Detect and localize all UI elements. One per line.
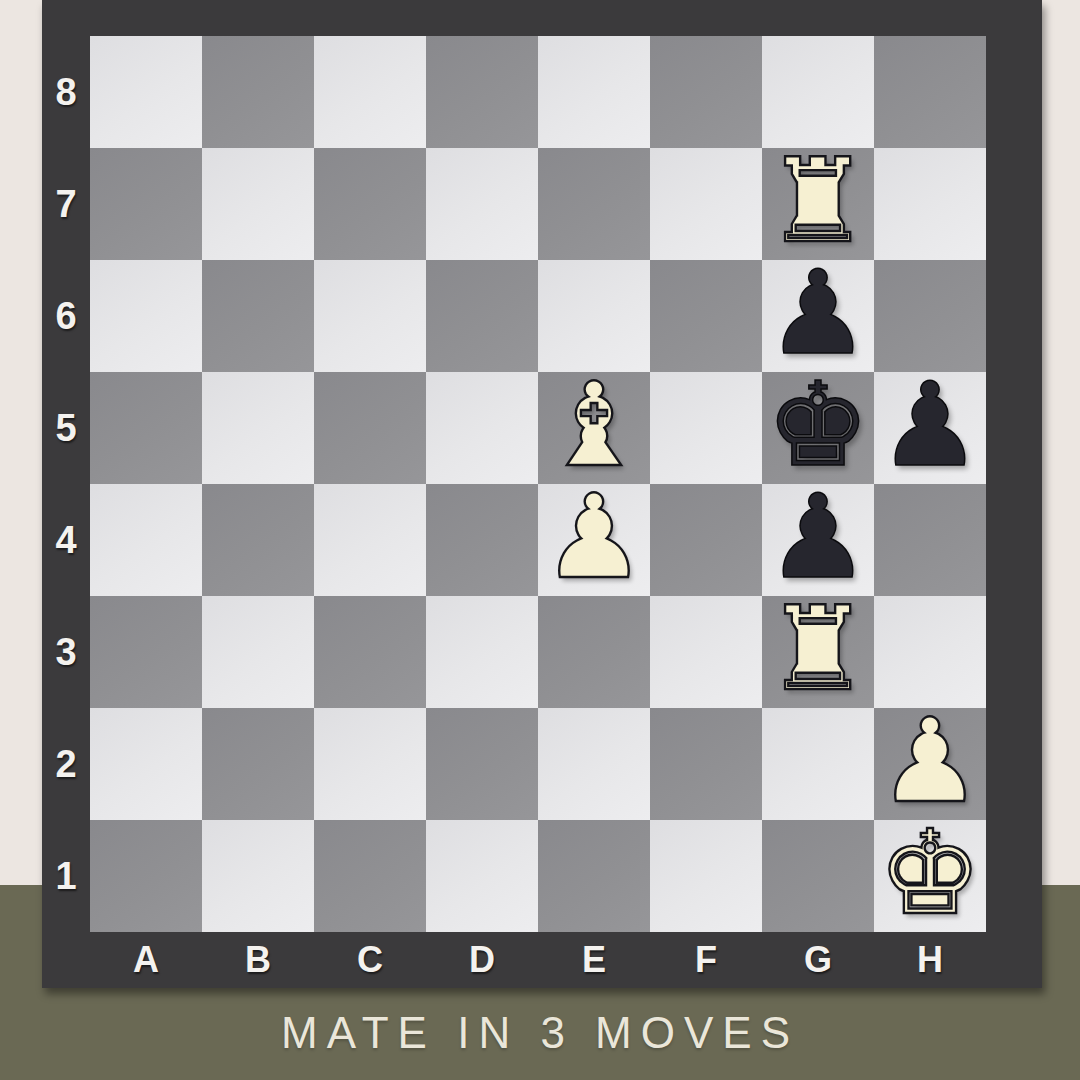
square-d3 (426, 596, 538, 708)
square-e3 (538, 596, 650, 708)
square-g8 (762, 36, 874, 148)
square-h2: ♟ (874, 708, 986, 820)
rank-label-3: 3 (42, 596, 90, 708)
square-f6 (650, 260, 762, 372)
rank-label-4: 4 (42, 484, 90, 596)
square-e1 (538, 820, 650, 932)
black-pawn: ♟ (762, 481, 874, 593)
square-f1 (650, 820, 762, 932)
square-d6 (426, 260, 538, 372)
file-labels: ABCDEFGH (90, 932, 986, 988)
square-d1 (426, 820, 538, 932)
square-a3 (90, 596, 202, 708)
black-pawn: ♟ (762, 257, 874, 369)
square-b3 (202, 596, 314, 708)
square-f7 (650, 148, 762, 260)
file-label-b: B (202, 932, 314, 988)
square-c3 (314, 596, 426, 708)
square-b4 (202, 484, 314, 596)
square-b8 (202, 36, 314, 148)
rank-label-7: 7 (42, 148, 90, 260)
square-a1 (90, 820, 202, 932)
page: 87654321 ABCDEFGH ♜♟♝♚♟♟♟♜♟♚ MATE IN 3 M… (0, 0, 1080, 1080)
rank-label-8: 8 (42, 36, 90, 148)
square-f5 (650, 372, 762, 484)
square-g1 (762, 820, 874, 932)
square-e5: ♝ (538, 372, 650, 484)
square-h8 (874, 36, 986, 148)
white-pawn: ♟ (874, 705, 986, 817)
chessboard-frame: 87654321 ABCDEFGH ♜♟♝♚♟♟♟♜♟♚ (42, 0, 1042, 988)
file-label-d: D (426, 932, 538, 988)
square-h4 (874, 484, 986, 596)
square-f8 (650, 36, 762, 148)
square-h6 (874, 260, 986, 372)
square-g2 (762, 708, 874, 820)
square-e8 (538, 36, 650, 148)
board: ♜♟♝♚♟♟♟♜♟♚ (90, 36, 986, 932)
square-d5 (426, 372, 538, 484)
square-a5 (90, 372, 202, 484)
file-label-h: H (874, 932, 986, 988)
square-a8 (90, 36, 202, 148)
square-e7 (538, 148, 650, 260)
square-a7 (90, 148, 202, 260)
square-c6 (314, 260, 426, 372)
square-d8 (426, 36, 538, 148)
square-h5: ♟ (874, 372, 986, 484)
file-label-a: A (90, 932, 202, 988)
white-king: ♚ (874, 817, 986, 929)
square-d4 (426, 484, 538, 596)
puzzle-caption: MATE IN 3 MOVES (0, 1003, 1080, 1063)
rank-label-5: 5 (42, 372, 90, 484)
black-king: ♚ (762, 369, 874, 481)
square-f4 (650, 484, 762, 596)
square-b5 (202, 372, 314, 484)
white-bishop: ♝ (538, 369, 650, 481)
square-c4 (314, 484, 426, 596)
square-b1 (202, 820, 314, 932)
square-f3 (650, 596, 762, 708)
rank-label-6: 6 (42, 260, 90, 372)
square-d2 (426, 708, 538, 820)
file-label-g: G (762, 932, 874, 988)
square-h1: ♚ (874, 820, 986, 932)
file-label-c: C (314, 932, 426, 988)
white-pawn: ♟ (538, 481, 650, 593)
square-c1 (314, 820, 426, 932)
rank-labels: 87654321 (42, 36, 90, 932)
square-c2 (314, 708, 426, 820)
square-e6 (538, 260, 650, 372)
square-g4: ♟ (762, 484, 874, 596)
rank-label-2: 2 (42, 708, 90, 820)
square-h7 (874, 148, 986, 260)
square-a6 (90, 260, 202, 372)
square-a4 (90, 484, 202, 596)
square-g6: ♟ (762, 260, 874, 372)
square-g5: ♚ (762, 372, 874, 484)
file-label-e: E (538, 932, 650, 988)
square-a2 (90, 708, 202, 820)
square-g3: ♜ (762, 596, 874, 708)
black-pawn: ♟ (874, 369, 986, 481)
square-b6 (202, 260, 314, 372)
square-e4: ♟ (538, 484, 650, 596)
rank-label-1: 1 (42, 820, 90, 932)
square-h3 (874, 596, 986, 708)
square-b2 (202, 708, 314, 820)
white-rook: ♜ (762, 145, 874, 257)
square-e2 (538, 708, 650, 820)
square-d7 (426, 148, 538, 260)
square-c8 (314, 36, 426, 148)
square-g7: ♜ (762, 148, 874, 260)
square-b7 (202, 148, 314, 260)
white-rook: ♜ (762, 593, 874, 705)
file-label-f: F (650, 932, 762, 988)
square-f2 (650, 708, 762, 820)
square-c7 (314, 148, 426, 260)
square-c5 (314, 372, 426, 484)
